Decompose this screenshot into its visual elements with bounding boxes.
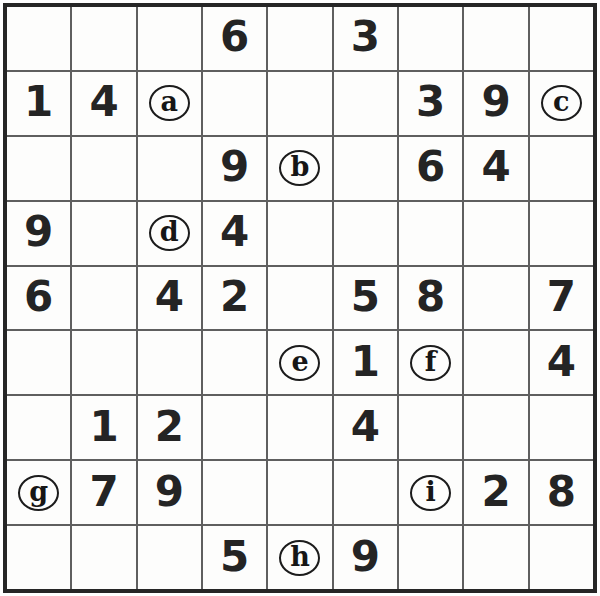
cell-r9c1[interactable] xyxy=(7,526,70,589)
cell-r5c9: 7 xyxy=(530,267,593,330)
clue-digit: 1 xyxy=(351,341,380,383)
cell-r1c6: 3 xyxy=(334,7,397,70)
clue-digit: 9 xyxy=(351,536,380,578)
cell-r8c6[interactable] xyxy=(334,461,397,524)
clue-digit: 6 xyxy=(416,146,445,188)
letter-marker-b: b xyxy=(279,150,320,186)
clue-digit: 1 xyxy=(24,81,53,123)
letter-marker-a: a xyxy=(149,85,190,121)
cell-r4c3[interactable]: d xyxy=(138,202,201,265)
clue-digit: 4 xyxy=(89,81,118,123)
cell-r9c2[interactable] xyxy=(72,526,135,589)
cell-r3c6[interactable] xyxy=(334,137,397,200)
cell-r7c9[interactable] xyxy=(530,396,593,459)
cell-r6c6: 1 xyxy=(334,331,397,394)
cell-r3c4: 9 xyxy=(203,137,266,200)
cell-r1c5[interactable] xyxy=(268,7,331,70)
clue-digit: 8 xyxy=(416,276,445,318)
cell-r4c1: 9 xyxy=(7,202,70,265)
clue-digit: 4 xyxy=(220,211,249,253)
clue-digit: 5 xyxy=(351,276,380,318)
cell-r3c9[interactable] xyxy=(530,137,593,200)
cell-r9c6: 9 xyxy=(334,526,397,589)
clue-digit: 7 xyxy=(89,471,118,513)
cell-r9c5[interactable]: h xyxy=(268,526,331,589)
cell-r9c7[interactable] xyxy=(399,526,462,589)
sudoku-board: 6314a39c9b649d4642587e1f4124g79i285h9 xyxy=(7,7,593,589)
cell-r6c1[interactable] xyxy=(7,331,70,394)
cell-r1c8[interactable] xyxy=(464,7,527,70)
cell-r8c8: 2 xyxy=(464,461,527,524)
cell-r7c5[interactable] xyxy=(268,396,331,459)
clue-digit: 4 xyxy=(351,406,380,448)
letter-marker-f: f xyxy=(410,345,451,381)
cell-r2c7: 3 xyxy=(399,72,462,135)
cell-r7c4[interactable] xyxy=(203,396,266,459)
cell-r4c4: 4 xyxy=(203,202,266,265)
sudoku-board-frame: 6314a39c9b649d4642587e1f4124g79i285h9 xyxy=(3,3,597,593)
cell-r7c2: 1 xyxy=(72,396,135,459)
cell-r5c5[interactable] xyxy=(268,267,331,330)
cell-r2c4[interactable] xyxy=(203,72,266,135)
cell-r4c2[interactable] xyxy=(72,202,135,265)
cell-r3c2[interactable] xyxy=(72,137,135,200)
cell-r6c5[interactable]: e xyxy=(268,331,331,394)
cell-r2c3[interactable]: a xyxy=(138,72,201,135)
cell-r3c5[interactable]: b xyxy=(268,137,331,200)
cell-r6c3[interactable] xyxy=(138,331,201,394)
cell-r1c9[interactable] xyxy=(530,7,593,70)
clue-digit: 4 xyxy=(481,146,510,188)
clue-digit: 7 xyxy=(547,276,576,318)
letter-marker-d: d xyxy=(149,215,190,251)
clue-digit: 2 xyxy=(481,471,510,513)
cell-r5c4: 2 xyxy=(203,267,266,330)
cell-r8c5[interactable] xyxy=(268,461,331,524)
clue-digit: 5 xyxy=(220,536,249,578)
clue-digit: 6 xyxy=(24,276,53,318)
cell-r6c4[interactable] xyxy=(203,331,266,394)
letter-marker-i: i xyxy=(410,475,451,511)
clue-digit: 9 xyxy=(24,211,53,253)
puzzle-page: 6314a39c9b649d4642587e1f4124g79i285h9 xyxy=(0,0,600,596)
clue-digit: 4 xyxy=(155,276,184,318)
cell-r6c9: 4 xyxy=(530,331,593,394)
letter-marker-h: h xyxy=(279,540,320,576)
clue-digit: 8 xyxy=(547,471,576,513)
cell-r7c1[interactable] xyxy=(7,396,70,459)
clue-digit: 2 xyxy=(220,276,249,318)
cell-r8c1[interactable]: g xyxy=(7,461,70,524)
cell-r5c6: 5 xyxy=(334,267,397,330)
cell-r1c4: 6 xyxy=(203,7,266,70)
cell-r8c9: 8 xyxy=(530,461,593,524)
cell-r9c9[interactable] xyxy=(530,526,593,589)
letter-marker-g: g xyxy=(18,475,59,511)
clue-digit: 3 xyxy=(416,81,445,123)
clue-digit: 9 xyxy=(155,471,184,513)
cell-r4c7[interactable] xyxy=(399,202,462,265)
cell-r6c7[interactable]: f xyxy=(399,331,462,394)
cell-r2c2: 4 xyxy=(72,72,135,135)
cell-r3c8: 4 xyxy=(464,137,527,200)
cell-r8c2: 7 xyxy=(72,461,135,524)
letter-marker-c: c xyxy=(541,85,582,121)
cell-r2c9[interactable]: c xyxy=(530,72,593,135)
cell-r7c6: 4 xyxy=(334,396,397,459)
cell-r7c8[interactable] xyxy=(464,396,527,459)
cell-r8c7[interactable]: i xyxy=(399,461,462,524)
clue-digit: 1 xyxy=(89,406,118,448)
cell-r2c1: 1 xyxy=(7,72,70,135)
clue-digit: 9 xyxy=(220,146,249,188)
clue-digit: 4 xyxy=(547,341,576,383)
cell-r3c7: 6 xyxy=(399,137,462,200)
letter-marker-e: e xyxy=(279,345,320,381)
cell-r8c3: 9 xyxy=(138,461,201,524)
clue-digit: 3 xyxy=(351,16,380,58)
cell-r1c7[interactable] xyxy=(399,7,462,70)
clue-digit: 6 xyxy=(220,16,249,58)
cell-r6c8[interactable] xyxy=(464,331,527,394)
cell-r9c3[interactable] xyxy=(138,526,201,589)
cell-r1c2[interactable] xyxy=(72,7,135,70)
cell-r4c6[interactable] xyxy=(334,202,397,265)
cell-r2c5[interactable] xyxy=(268,72,331,135)
cell-r5c3: 4 xyxy=(138,267,201,330)
cell-r1c1[interactable] xyxy=(7,7,70,70)
clue-digit: 2 xyxy=(155,406,184,448)
cell-r5c7: 8 xyxy=(399,267,462,330)
cell-r2c6[interactable] xyxy=(334,72,397,135)
cell-r9c8[interactable] xyxy=(464,526,527,589)
cell-r9c4: 5 xyxy=(203,526,266,589)
cell-r4c9[interactable] xyxy=(530,202,593,265)
cell-r1c3[interactable] xyxy=(138,7,201,70)
cell-r3c3[interactable] xyxy=(138,137,201,200)
cell-r6c2[interactable] xyxy=(72,331,135,394)
cell-r7c7[interactable] xyxy=(399,396,462,459)
cell-r7c3: 2 xyxy=(138,396,201,459)
clue-digit: 9 xyxy=(481,81,510,123)
cell-r8c4[interactable] xyxy=(203,461,266,524)
cell-r5c2[interactable] xyxy=(72,267,135,330)
cell-r4c5[interactable] xyxy=(268,202,331,265)
cell-r5c1: 6 xyxy=(7,267,70,330)
cell-r3c1[interactable] xyxy=(7,137,70,200)
cell-r5c8[interactable] xyxy=(464,267,527,330)
cell-r4c8[interactable] xyxy=(464,202,527,265)
cell-r2c8: 9 xyxy=(464,72,527,135)
